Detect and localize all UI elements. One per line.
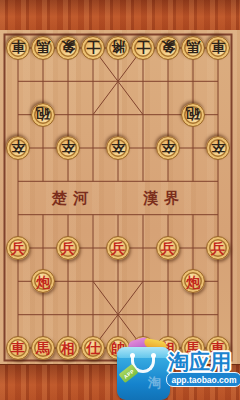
piece-black-advisor-r0c3[interactable]: 士 [81, 36, 105, 60]
piece-black-chariot-r0c8[interactable]: 車 [206, 36, 230, 60]
piece-black-soldier-r3c8[interactable]: 卒 [206, 136, 230, 160]
xiangqi-app-screen: 楚河 漢界 車馬象士將士象馬車砲砲卒卒卒卒卒兵兵兵兵兵炮炮車馬相仕帥仕相馬車 A… [0, 0, 240, 400]
piece-black-general-r0c4[interactable]: 將 [106, 36, 130, 60]
piece-red-soldier-r6c0[interactable]: 兵 [6, 236, 30, 260]
piece-red-soldier-r6c2[interactable]: 兵 [56, 236, 80, 260]
piece-red-advisor-r9c3[interactable]: 仕 [81, 336, 105, 360]
piece-red-elephant-r9c2[interactable]: 相 [56, 336, 80, 360]
piece-black-horse-r0c7[interactable]: 馬 [181, 36, 205, 60]
piece-red-horse-r9c1[interactable]: 馬 [31, 336, 55, 360]
taoapp-watermark[interactable]: APP 淘 淘应用 app.taobao.com [114, 338, 240, 400]
piece-black-soldier-r3c2[interactable]: 卒 [56, 136, 80, 160]
piece-black-cannon-r2c1[interactable]: 砲 [31, 103, 55, 127]
piece-black-advisor-r0c5[interactable]: 士 [131, 36, 155, 60]
piece-black-cannon-r2c7[interactable]: 砲 [181, 103, 205, 127]
piece-black-elephant-r0c6[interactable]: 象 [156, 36, 180, 60]
piece-black-soldier-r3c6[interactable]: 卒 [156, 136, 180, 160]
piece-black-horse-r0c1[interactable]: 馬 [31, 36, 55, 60]
tao-glyph: 淘 [148, 374, 161, 392]
piece-black-elephant-r0c2[interactable]: 象 [56, 36, 80, 60]
piece-black-soldier-r3c4[interactable]: 卒 [106, 136, 130, 160]
piece-black-soldier-r3c0[interactable]: 卒 [6, 136, 30, 160]
piece-red-soldier-r6c8[interactable]: 兵 [206, 236, 230, 260]
piece-red-soldier-r6c6[interactable]: 兵 [156, 236, 180, 260]
taoapp-url[interactable]: app.taobao.com [166, 372, 240, 387]
piece-red-soldier-r6c4[interactable]: 兵 [106, 236, 130, 260]
piece-red-chariot-r9c0[interactable]: 車 [6, 336, 30, 360]
piece-red-cannon-r7c1[interactable]: 炮 [31, 269, 55, 293]
xiangqi-board[interactable]: 楚河 漢界 車馬象士將士象馬車砲砲卒卒卒卒卒兵兵兵兵兵炮炮車馬相仕帥仕相馬車 [0, 30, 240, 364]
pieces-grid: 車馬象士將士象馬車砲砲卒卒卒卒卒兵兵兵兵兵炮炮車馬相仕帥仕相馬車 [6, 31, 231, 364]
piece-black-chariot-r0c0[interactable]: 車 [6, 36, 30, 60]
top-wood-band [0, 0, 240, 31]
piece-red-cannon-r7c7[interactable]: 炮 [181, 269, 205, 293]
